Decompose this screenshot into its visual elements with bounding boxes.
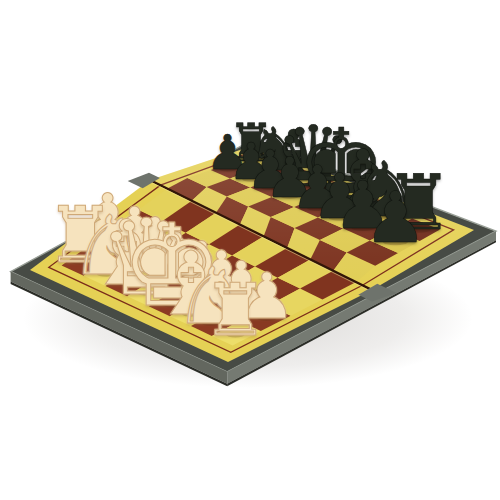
piece-shadow-e8 xyxy=(331,195,352,201)
piece-shadow-a8 xyxy=(243,158,260,163)
product-photo-stage: ♜♟♞♝♟♛♟♟♚♝♟♞♟♟♜♟♟♟♜♟♞♟♝♟♛♟♚♟♝♟♞♜ xyxy=(0,0,500,500)
piece-shadow-d8 xyxy=(304,184,323,189)
piece-shadow-c7 xyxy=(261,185,280,190)
piece-shadow-c2 xyxy=(145,262,165,267)
piece-shadow-a2 xyxy=(97,240,117,246)
chess-board xyxy=(0,0,500,500)
piece-shadow-d2 xyxy=(165,272,185,277)
piece-shadow-f2 xyxy=(212,294,231,299)
piece-shadow-b8 xyxy=(266,168,284,173)
piece-shadow-h8 xyxy=(406,226,430,233)
piece-shadow-b7 xyxy=(242,177,260,182)
piece-shadow-h7 xyxy=(383,239,408,246)
piece-shadow-b2 xyxy=(125,252,145,258)
piece-shadow-g1 xyxy=(201,321,220,326)
piece-shadow-c1 xyxy=(117,281,136,286)
piece-shadow-b1 xyxy=(97,271,117,276)
piece-shadow-f7 xyxy=(329,215,351,221)
piece-shadow-d1 xyxy=(137,290,156,295)
piece-shadow-h1 xyxy=(226,332,244,337)
piece-shadow-f8 xyxy=(352,204,374,210)
piece-shadow-g7 xyxy=(351,225,374,231)
piece-shadow-h2 xyxy=(257,316,276,321)
piece-shadow-e7 xyxy=(307,205,328,211)
piece-shadow-f1 xyxy=(182,311,201,316)
piece-shadow-g8 xyxy=(375,213,398,219)
piece-shadow-a7 xyxy=(219,167,236,172)
piece-shadow-a1 xyxy=(70,259,90,264)
piece-shadow-e2 xyxy=(192,285,212,290)
piece-shadow-g2 xyxy=(232,304,251,309)
piece-shadow-d7 xyxy=(280,193,300,198)
piece-shadow-c8 xyxy=(284,176,302,181)
piece-shadow-e1 xyxy=(162,302,181,307)
